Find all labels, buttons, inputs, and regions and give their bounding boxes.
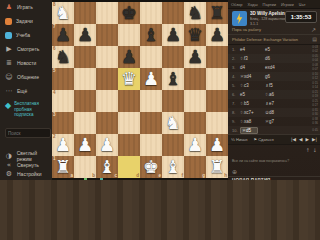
figurine-icon: ♘	[240, 83, 244, 88]
new-game-section: НОВАЯ ПАРТИЯ userSpelman (1175) против L…	[228, 176, 320, 180]
square-d8[interactable]: ♚	[118, 2, 140, 24]
player-subtitle: Блиц - 128 вариантов	[250, 17, 288, 21]
player-clock: 1:35:53	[285, 11, 317, 23]
feedback-row: Все ли на сайте вам понравилось? ↑ ↓	[228, 145, 320, 168]
player-record: 3-1-1	[250, 22, 258, 26]
square-f2[interactable]	[162, 134, 184, 156]
piece-wP: ♟	[74, 134, 96, 156]
square-f1[interactable]: f♝	[162, 156, 184, 178]
figurine-icon: ♘	[240, 56, 244, 61]
square-e5[interactable]: ♟	[140, 68, 162, 90]
square-a5[interactable]: 5	[52, 68, 74, 90]
square-d2[interactable]	[118, 134, 140, 156]
square-e4[interactable]	[140, 90, 162, 112]
square-b2[interactable]: ♟	[74, 134, 96, 156]
move-row: 10.♕d50:45	[228, 126, 320, 134]
opening-row[interactable]: Philidor Defense: Exchange Variation ▤	[228, 34, 320, 45]
rank-label: 1	[53, 156, 56, 161]
sidebar-item-label: Общение	[17, 74, 39, 80]
sidebar-item-играть[interactable]: ♟Играть	[0, 0, 52, 14]
tab-5[interactable]: Чат	[299, 2, 306, 7]
piece-bR: ♜	[206, 2, 228, 24]
sidebar-item-label: Ещё	[17, 88, 27, 94]
square-h8[interactable]: ♜	[206, 2, 228, 24]
move-times: 0:250:27	[312, 100, 318, 107]
square-e8[interactable]	[140, 2, 162, 24]
rank-label: 2	[53, 134, 56, 139]
square-d3[interactable]	[118, 112, 140, 134]
player-status-note: Пора на работу	[232, 27, 261, 32]
sidebar-item-label: Настройки	[17, 171, 42, 177]
move-number: 1.	[232, 47, 240, 52]
panel-tabs: ОбзорХодыПартииИгрокиЧат	[228, 0, 320, 9]
square-b6[interactable]	[74, 46, 96, 68]
free-trial-promo[interactable]: ◆ Бесплатная пробная подписка	[0, 98, 52, 121]
square-g5[interactable]	[184, 68, 206, 90]
square-a8[interactable]: 8♞	[52, 2, 74, 24]
square-g6[interactable]: ♟	[184, 46, 206, 68]
square-h7[interactable]: ♟	[206, 24, 228, 46]
move-times: 0:380:36	[312, 118, 318, 125]
sidebar-item-светлый режим[interactable]: ◑Светлый режим	[0, 151, 52, 160]
sidebar-item-ещё[interactable]: ⋯Ещё	[0, 84, 52, 98]
sidebar-item-label: Смотреть	[17, 46, 39, 52]
figurine-icon: ♗	[265, 101, 269, 106]
square-f3[interactable]: ♞	[162, 112, 184, 134]
piece-bN: ♞	[184, 2, 206, 24]
square-f8[interactable]	[162, 2, 184, 24]
move-san[interactable]: e5	[240, 92, 265, 97]
social-icon: ☺	[5, 73, 13, 81]
move-row: 8.♘xc7+♔d80:310:30	[228, 108, 320, 117]
square-b5[interactable]	[74, 68, 96, 90]
sidebar-item-общение[interactable]: ☺Общение	[0, 70, 52, 84]
sidebar-item-задачи[interactable]: Задачи	[0, 14, 52, 28]
sidebar-item-label: Играть	[17, 4, 33, 10]
square-g1[interactable]: g	[184, 156, 206, 178]
piece-wP: ♟	[96, 134, 118, 156]
move-row: 4.♕xd4g60:100:12	[228, 72, 320, 81]
move-number: 3.	[232, 65, 240, 70]
move-number: 8.	[232, 110, 240, 115]
figurine-icon: ♗	[265, 83, 269, 88]
light-mode-icon: ◑	[5, 152, 13, 160]
figurine-icon: ♘	[240, 110, 244, 115]
move-row: 6.e5♘a60:210:19	[228, 90, 320, 99]
new-game-title: НОВАЯ ПАРТИЯ	[232, 178, 317, 180]
move-times: 0:030:02	[312, 46, 318, 53]
move-times: 0:150:14	[312, 82, 318, 89]
player-name[interactable]: 3D Willy Apelsin	[250, 11, 288, 16]
figurine-icon: ♕	[240, 74, 244, 79]
square-a7[interactable]: 7♟	[52, 24, 74, 46]
square-a1[interactable]: 1a♜	[52, 156, 74, 178]
news-icon: ≣	[5, 59, 13, 67]
move-san[interactable]: g6	[265, 74, 290, 79]
blitz-lightning-icon	[236, 13, 243, 24]
square-e7[interactable]: ♝	[140, 24, 162, 46]
piece-bB: ♝	[162, 68, 184, 90]
figurine-icon: ♕	[242, 128, 246, 133]
rank-label: 6	[53, 46, 56, 51]
draw-button[interactable]: ½ Ничья	[231, 137, 247, 142]
piece-bP: ♟	[184, 46, 206, 68]
avatar[interactable]	[232, 11, 247, 26]
piece-bB: ♝	[140, 24, 162, 46]
square-f7[interactable]: ♟	[162, 24, 184, 46]
figurine-icon: ♘	[240, 101, 244, 106]
move-san[interactable]: ♕g7	[265, 119, 290, 124]
tab-3[interactable]: Партии	[263, 2, 277, 7]
move-row: 5.♘c3♗f50:150:14	[228, 81, 320, 90]
move-san[interactable]: e5	[265, 47, 290, 52]
move-san[interactable]: ♘b5	[240, 101, 265, 106]
rank-label: 4	[53, 90, 56, 95]
square-e2[interactable]	[140, 134, 162, 156]
tab-1[interactable]: Обзор	[231, 2, 243, 7]
diamond-icon: ◆	[5, 101, 11, 110]
move-times: 0:050:04	[312, 55, 318, 62]
square-h4[interactable]	[206, 90, 228, 112]
square-g4[interactable]	[184, 90, 206, 112]
sidebar-item-label: Новости	[17, 60, 36, 66]
move-san[interactable]: ♘a6	[265, 92, 290, 97]
move-san[interactable]: e4	[240, 47, 265, 52]
piece-bP: ♟	[118, 46, 140, 68]
collapse-icon: «	[5, 161, 13, 169]
sidebar-item-настройки[interactable]: ⚙Настройки	[0, 169, 52, 178]
square-d1[interactable]: d	[118, 156, 140, 178]
square-a4[interactable]: 4	[52, 90, 74, 112]
move-times: 0:210:19	[312, 91, 318, 98]
move-san[interactable]: ♘c3	[240, 83, 265, 88]
opening-book-icon: ▤	[312, 36, 317, 42]
sidebar-item-новости[interactable]: ≣Новости	[0, 56, 52, 70]
watch-icon: ▶	[5, 45, 13, 53]
piece-bP: ♟	[162, 24, 184, 46]
move-number: 10.	[232, 128, 240, 133]
square-h5[interactable]	[206, 68, 228, 90]
move-list: 1.e4e50:030:022.♘f3d60:050:043.d4exd40:0…	[228, 45, 320, 134]
square-b4[interactable]	[74, 90, 96, 112]
move-times: 0:100:12	[312, 73, 318, 80]
settings-icon: ⚙	[5, 170, 13, 178]
play-pawn-icon: ♟	[5, 3, 13, 11]
sidebar-item-label: Задачи	[16, 18, 33, 24]
free-trial-label: Бесплатная пробная подписка	[14, 101, 44, 118]
square-e3[interactable]	[140, 112, 162, 134]
square-f6[interactable]	[162, 46, 184, 68]
square-d4[interactable]	[118, 90, 140, 112]
square-c1[interactable]: c♝	[96, 156, 118, 178]
piece-wP: ♟	[140, 68, 162, 90]
move-san[interactable]: ♕d5	[240, 127, 258, 134]
square-h2[interactable]: ♟	[206, 134, 228, 156]
sidebar-item-label: Светлый режим	[17, 150, 52, 162]
thumbs-down-icon[interactable]: ↓	[313, 147, 317, 153]
piece-wP: ♟	[184, 134, 206, 156]
square-c8[interactable]	[96, 2, 118, 24]
square-f4[interactable]	[162, 90, 184, 112]
move-nav: |◀◀▶▶|	[288, 137, 317, 142]
move-times: 0:080:07	[312, 64, 318, 71]
sidebar-item-смотреть[interactable]: ▶Смотреть	[0, 42, 52, 56]
square-f5[interactable]: ♝	[162, 68, 184, 90]
game-panel: ОбзорХодыПартииИгрокиЧат 3D Willy Apelsi…	[228, 0, 320, 180]
square-d6[interactable]: ♟	[118, 46, 140, 68]
online-indicator	[100, 178, 103, 180]
move-row: 1.e4e50:030:02	[228, 45, 320, 54]
square-e1[interactable]: e♚	[140, 156, 162, 178]
piece-bP: ♟	[206, 24, 228, 46]
feedback-prompt: Все ли на сайте вам понравилось?	[232, 159, 289, 163]
move-row: 3.d4exd40:080:07	[228, 63, 320, 72]
move-number: 7.	[232, 101, 240, 106]
rank-label: 7	[53, 24, 56, 29]
move-san[interactable]: d6	[265, 56, 290, 61]
nav-first-icon[interactable]: |◀	[291, 137, 296, 142]
square-h1[interactable]: h♜	[206, 156, 228, 178]
move-san[interactable]: ♘xa8	[240, 119, 265, 124]
move-san[interactable]: ♘xc7+	[240, 110, 265, 115]
move-times: 0:45	[312, 129, 318, 133]
piece-bP: ♟	[74, 24, 96, 46]
piece-wN: ♞	[162, 112, 184, 134]
move-times: 0:310:30	[312, 109, 318, 116]
square-c6[interactable]	[96, 46, 118, 68]
move-san[interactable]: exd4	[265, 65, 290, 70]
move-number: 2.	[232, 56, 240, 61]
move-san[interactable]: ♕xd4	[240, 74, 265, 79]
square-g8[interactable]: ♞	[184, 2, 206, 24]
square-g3[interactable]	[184, 112, 206, 134]
square-c3[interactable]	[96, 112, 118, 134]
square-d5[interactable]: ♛	[118, 68, 140, 90]
move-row: 7.♘b5♗e70:250:27	[228, 99, 320, 108]
sidebar-item-label: Учеба	[16, 32, 30, 38]
square-c5[interactable]	[96, 68, 118, 90]
resign-button[interactable]: ⚑ Сдаться	[253, 137, 273, 142]
puzzles-icon	[5, 18, 12, 25]
sidebar-item-учеба[interactable]: Учеба	[0, 28, 52, 42]
nav-prev-icon[interactable]: ◀	[299, 137, 302, 142]
move-number: 9.	[232, 119, 240, 124]
rank-label: 8	[53, 2, 56, 7]
square-e6[interactable]	[140, 46, 162, 68]
move-number: 6.	[232, 92, 240, 97]
move-san[interactable]: ♔d8	[265, 110, 290, 115]
figurine-icon: ♔	[265, 110, 269, 115]
piece-bQ: ♛	[184, 24, 206, 46]
bottom-player-strip	[52, 178, 228, 180]
learn-icon	[5, 32, 12, 39]
square-g7[interactable]: ♛	[184, 24, 206, 46]
piece-bK: ♚	[118, 2, 140, 24]
add-reaction-icon[interactable]: ⊕	[228, 168, 240, 176]
online-indicator	[84, 178, 87, 180]
chess-board[interactable]: 8♞♚♞♜7♟♟♝♟♛♟6♞♟♟5♛♟♝43♞2♟♟♟♟♟1a♜bc♝de♚f♝…	[52, 2, 228, 178]
rank-label: 3	[53, 112, 56, 117]
nav-last-icon[interactable]: ▶|	[312, 137, 317, 142]
move-san[interactable]: ♗f5	[265, 83, 290, 88]
square-c2[interactable]: ♟	[96, 134, 118, 156]
square-b8[interactable]	[74, 2, 96, 24]
share-icon[interactable]: ↗	[311, 26, 316, 33]
square-h3[interactable]	[206, 112, 228, 134]
move-san[interactable]: ♘f3	[240, 56, 265, 61]
move-row: 9.♘xa8♕g70:380:36	[228, 117, 320, 126]
square-c7[interactable]	[96, 24, 118, 46]
move-san[interactable]: d4	[240, 65, 265, 70]
thumbs-up-icon[interactable]: ↑	[306, 147, 310, 153]
square-a2[interactable]: 2♟	[52, 134, 74, 156]
square-b1[interactable]: b	[74, 156, 96, 178]
move-number: 5.	[232, 83, 240, 88]
sidebar-footer: ◑Светлый режим«Свернуть⚙Настройки	[0, 151, 52, 178]
tab-4[interactable]: Игроки	[281, 2, 294, 7]
search-input[interactable]	[5, 128, 51, 138]
piece-wQ: ♛	[118, 68, 140, 90]
move-number: 4.	[232, 74, 240, 79]
square-g2[interactable]: ♟	[184, 134, 206, 156]
figurine-icon: ♘	[265, 92, 269, 97]
square-a3[interactable]: 3	[52, 112, 74, 134]
move-san[interactable]: ♗e7	[265, 101, 290, 106]
square-c4[interactable]	[96, 90, 118, 112]
sidebar-item-label: Свернуть	[17, 162, 39, 168]
sidebar-nav: ♟ИгратьЗадачиУчеба▶Смотреть≣Новости☺Обще…	[0, 0, 52, 98]
rank-label: 5	[53, 68, 56, 73]
square-b7[interactable]: ♟	[74, 24, 96, 46]
action-bar: ½ Ничья ⚑ Сдаться |◀◀▶▶|	[228, 134, 320, 145]
player-card: 3D Willy Apelsin Блиц - 128 вариантов 3-…	[228, 9, 320, 34]
figurine-icon: ♕	[265, 119, 269, 124]
square-b3[interactable]	[74, 112, 96, 134]
square-a6[interactable]: 6♞	[52, 46, 74, 68]
tab-2[interactable]: Ходы	[248, 2, 258, 7]
more-icon: ⋯	[5, 87, 13, 95]
figurine-icon: ♘	[240, 119, 244, 124]
piece-wP: ♟	[206, 134, 228, 156]
square-h6[interactable]	[206, 46, 228, 68]
nav-next-icon[interactable]: ▶	[306, 137, 309, 142]
square-d7[interactable]	[118, 24, 140, 46]
move-row: 2.♘f3d60:050:04	[228, 54, 320, 63]
opening-name: Philidor Defense: Exchange Variation	[232, 37, 310, 42]
sidebar: ♟ИгратьЗадачиУчеба▶Смотреть≣Новости☺Обще…	[0, 0, 52, 180]
